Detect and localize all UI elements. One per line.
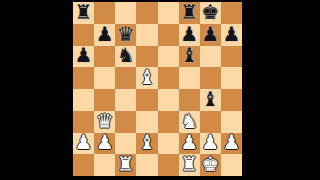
square-c4[interactable] (115, 89, 136, 111)
square-a8[interactable]: ♜ (73, 2, 94, 24)
white-knight[interactable]: ♞ (180, 111, 198, 131)
black-knight[interactable]: ♞ (117, 45, 135, 65)
square-g6[interactable] (200, 46, 221, 68)
white-queen[interactable]: ♛ (96, 111, 114, 131)
white-pawn[interactable]: ♟ (201, 132, 219, 152)
square-b2[interactable]: ♟ (94, 133, 115, 155)
square-h7[interactable]: ♟ (221, 24, 242, 46)
black-pawn[interactable]: ♟ (180, 24, 198, 44)
letterboxed-stage: ♜♜♚♟♛♟♟♟♟♞♝♝♝♛♞♟♟♝♟♟♟♜♜♚ (0, 0, 320, 180)
square-h1[interactable] (221, 154, 242, 176)
white-pawn[interactable]: ♟ (222, 132, 240, 152)
black-rook[interactable]: ♜ (180, 2, 198, 22)
square-h2[interactable]: ♟ (221, 133, 242, 155)
square-d8[interactable] (136, 2, 157, 24)
square-e3[interactable] (158, 111, 179, 133)
square-c2[interactable] (115, 133, 136, 155)
square-f2[interactable]: ♟ (179, 133, 200, 155)
square-a5[interactable] (73, 67, 94, 89)
black-pawn[interactable]: ♟ (222, 24, 240, 44)
square-a7[interactable] (73, 24, 94, 46)
black-pawn[interactable]: ♟ (75, 45, 93, 65)
square-c8[interactable] (115, 2, 136, 24)
square-c6[interactable]: ♞ (115, 46, 136, 68)
square-b7[interactable]: ♟ (94, 24, 115, 46)
square-b8[interactable] (94, 2, 115, 24)
black-queen[interactable]: ♛ (117, 24, 135, 44)
square-g7[interactable]: ♟ (200, 24, 221, 46)
square-f1[interactable]: ♜ (179, 154, 200, 176)
square-h6[interactable] (221, 46, 242, 68)
square-g5[interactable] (200, 67, 221, 89)
square-e6[interactable] (158, 46, 179, 68)
square-b4[interactable] (94, 89, 115, 111)
square-g8[interactable]: ♚ (200, 2, 221, 24)
square-h8[interactable] (221, 2, 242, 24)
square-e4[interactable] (158, 89, 179, 111)
square-d3[interactable] (136, 111, 157, 133)
square-g2[interactable]: ♟ (200, 133, 221, 155)
square-a4[interactable] (73, 89, 94, 111)
square-e5[interactable] (158, 67, 179, 89)
white-bishop[interactable]: ♝ (138, 67, 156, 87)
square-d2[interactable]: ♝ (136, 133, 157, 155)
square-d1[interactable] (136, 154, 157, 176)
square-f7[interactable]: ♟ (179, 24, 200, 46)
square-f6[interactable]: ♝ (179, 46, 200, 68)
square-f3[interactable]: ♞ (179, 111, 200, 133)
white-pawn[interactable]: ♟ (180, 132, 198, 152)
square-b3[interactable]: ♛ (94, 111, 115, 133)
black-pawn[interactable]: ♟ (201, 24, 219, 44)
square-c1[interactable]: ♜ (115, 154, 136, 176)
square-h4[interactable] (221, 89, 242, 111)
white-pawn[interactable]: ♟ (75, 132, 93, 152)
square-b5[interactable] (94, 67, 115, 89)
square-b6[interactable] (94, 46, 115, 68)
white-rook[interactable]: ♜ (180, 154, 198, 174)
black-pawn[interactable]: ♟ (96, 24, 114, 44)
white-king[interactable]: ♚ (201, 154, 219, 174)
square-h3[interactable] (221, 111, 242, 133)
square-e8[interactable] (158, 2, 179, 24)
square-a1[interactable] (73, 154, 94, 176)
square-e7[interactable] (158, 24, 179, 46)
square-c3[interactable] (115, 111, 136, 133)
square-d6[interactable] (136, 46, 157, 68)
black-rook[interactable]: ♜ (75, 2, 93, 22)
black-king[interactable]: ♚ (201, 2, 219, 22)
square-d5[interactable]: ♝ (136, 67, 157, 89)
square-d7[interactable] (136, 24, 157, 46)
square-a6[interactable]: ♟ (73, 46, 94, 68)
square-c7[interactable]: ♛ (115, 24, 136, 46)
white-bishop[interactable]: ♝ (138, 132, 156, 152)
square-c5[interactable] (115, 67, 136, 89)
square-d4[interactable] (136, 89, 157, 111)
square-h5[interactable] (221, 67, 242, 89)
square-a2[interactable]: ♟ (73, 133, 94, 155)
square-g1[interactable]: ♚ (200, 154, 221, 176)
square-e1[interactable] (158, 154, 179, 176)
black-bishop[interactable]: ♝ (180, 45, 198, 65)
square-g3[interactable] (200, 111, 221, 133)
square-f8[interactable]: ♜ (179, 2, 200, 24)
square-f4[interactable] (179, 89, 200, 111)
chess-board[interactable]: ♜♜♚♟♛♟♟♟♟♞♝♝♝♛♞♟♟♝♟♟♟♜♜♚ (73, 2, 242, 176)
square-b1[interactable] (94, 154, 115, 176)
square-a3[interactable] (73, 111, 94, 133)
white-rook[interactable]: ♜ (117, 154, 135, 174)
black-bishop[interactable]: ♝ (201, 89, 219, 109)
square-g4[interactable]: ♝ (200, 89, 221, 111)
square-e2[interactable] (158, 133, 179, 155)
white-pawn[interactable]: ♟ (96, 132, 114, 152)
square-f5[interactable] (179, 67, 200, 89)
